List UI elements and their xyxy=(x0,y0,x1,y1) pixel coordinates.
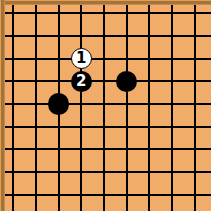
stone-black xyxy=(116,71,138,93)
go-board-diagram: 12 xyxy=(0,0,211,211)
board-frame-left xyxy=(0,0,5,211)
stones-layer: 12 xyxy=(5,5,211,211)
board-surface: 12 xyxy=(5,5,211,211)
board-frame-top xyxy=(0,0,211,5)
stone-black xyxy=(48,93,70,115)
stone-black-move-2: 2 xyxy=(71,71,93,93)
stone-move-number: 1 xyxy=(76,51,86,66)
stone-move-number: 2 xyxy=(76,73,86,88)
stone-white-move-1: 1 xyxy=(71,48,93,70)
